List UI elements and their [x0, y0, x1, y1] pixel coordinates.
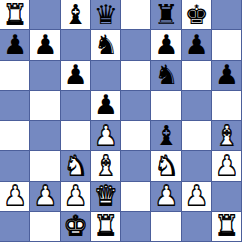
square-a2[interactable]: ♟ — [0, 182, 30, 212]
square-f3[interactable]: ♞ — [151, 151, 181, 181]
square-g7[interactable]: ♟ — [182, 30, 212, 60]
square-e8[interactable] — [121, 0, 151, 30]
square-a1[interactable] — [0, 212, 30, 242]
square-d3[interactable]: ♝ — [91, 151, 121, 181]
square-e7[interactable] — [121, 30, 151, 60]
square-b1[interactable] — [30, 212, 60, 242]
square-e4[interactable] — [121, 121, 151, 151]
square-b4[interactable] — [30, 121, 60, 151]
white-knight-icon: ♞ — [154, 152, 178, 179]
black-knight-icon: ♞ — [154, 61, 178, 88]
square-f2[interactable]: ♟ — [151, 182, 181, 212]
square-c3[interactable]: ♞ — [61, 151, 91, 181]
square-d7[interactable]: ♞ — [91, 30, 121, 60]
square-a3[interactable] — [0, 151, 30, 181]
square-h3[interactable]: ♟ — [212, 151, 242, 181]
square-g8[interactable]: ♚ — [182, 0, 212, 30]
square-d6[interactable] — [91, 61, 121, 91]
square-a8[interactable]: ♜ — [0, 0, 30, 30]
square-d2[interactable]: ♛ — [91, 182, 121, 212]
square-h1[interactable]: ♜ — [212, 212, 242, 242]
square-f8[interactable]: ♜ — [151, 0, 181, 30]
square-g3[interactable] — [182, 151, 212, 181]
square-b7[interactable]: ♟ — [30, 30, 60, 60]
square-d8[interactable]: ♛ — [91, 0, 121, 30]
square-c4[interactable] — [61, 121, 91, 151]
square-g6[interactable] — [182, 61, 212, 91]
square-f4[interactable]: ♝ — [151, 121, 181, 151]
square-f7[interactable]: ♟ — [151, 30, 181, 60]
square-h4[interactable]: ♝ — [212, 121, 242, 151]
white-pawn-icon: ♟ — [33, 182, 57, 209]
black-pawn-icon: ♟ — [215, 61, 239, 88]
black-pawn-icon: ♟ — [154, 31, 178, 58]
square-c6[interactable]: ♟ — [61, 61, 91, 91]
square-a5[interactable] — [0, 91, 30, 121]
white-rook-icon: ♜ — [3, 1, 27, 28]
square-g4[interactable] — [182, 121, 212, 151]
square-a7[interactable]: ♟ — [0, 30, 30, 60]
square-d4[interactable]: ♟ — [91, 121, 121, 151]
chess-board: ♜♝♛♜♚♟♟♞♟♟♟♞♟♟♟♝♝♞♝♞♟♟♟♟♛♟♟♚♜♜ — [0, 0, 242, 242]
square-b6[interactable] — [30, 61, 60, 91]
white-bishop-icon: ♝ — [215, 122, 239, 149]
square-b2[interactable]: ♟ — [30, 182, 60, 212]
square-d1[interactable]: ♜ — [91, 212, 121, 242]
black-queen-icon: ♛ — [94, 1, 118, 28]
square-f6[interactable]: ♞ — [151, 61, 181, 91]
black-bishop-icon: ♝ — [64, 1, 88, 28]
black-pawn-icon: ♟ — [3, 31, 27, 58]
square-c5[interactable] — [61, 91, 91, 121]
square-a6[interactable] — [0, 61, 30, 91]
square-h2[interactable] — [212, 182, 242, 212]
square-f1[interactable] — [151, 212, 181, 242]
white-pawn-icon: ♟ — [94, 122, 118, 149]
white-pawn-icon: ♟ — [215, 152, 239, 179]
square-f5[interactable] — [151, 91, 181, 121]
white-king-icon: ♚ — [64, 212, 88, 239]
square-h7[interactable] — [212, 30, 242, 60]
white-knight-icon: ♞ — [64, 152, 88, 179]
white-rook-icon: ♜ — [94, 212, 118, 239]
square-e2[interactable] — [121, 182, 151, 212]
black-pawn-icon: ♟ — [64, 61, 88, 88]
black-bishop-icon: ♝ — [154, 122, 178, 149]
square-b3[interactable] — [30, 151, 60, 181]
square-g5[interactable] — [182, 91, 212, 121]
square-h5[interactable] — [212, 91, 242, 121]
black-pawn-icon: ♟ — [33, 31, 57, 58]
black-knight-icon: ♞ — [94, 31, 118, 58]
square-b8[interactable] — [30, 0, 60, 30]
white-queen-icon: ♛ — [94, 182, 118, 209]
square-a4[interactable] — [0, 121, 30, 151]
square-g2[interactable]: ♟ — [182, 182, 212, 212]
black-king-icon: ♚ — [185, 1, 209, 28]
black-rook-icon: ♜ — [154, 1, 178, 28]
square-c8[interactable]: ♝ — [61, 0, 91, 30]
square-b5[interactable] — [30, 91, 60, 121]
square-d5[interactable]: ♟ — [91, 91, 121, 121]
square-h6[interactable]: ♟ — [212, 61, 242, 91]
square-c1[interactable]: ♚ — [61, 212, 91, 242]
white-pawn-icon: ♟ — [185, 182, 209, 209]
square-c7[interactable] — [61, 30, 91, 60]
square-e6[interactable] — [121, 61, 151, 91]
white-pawn-icon: ♟ — [3, 182, 27, 209]
white-bishop-icon: ♝ — [94, 152, 118, 179]
square-c2[interactable]: ♟ — [61, 182, 91, 212]
square-e1[interactable] — [121, 212, 151, 242]
black-pawn-icon: ♟ — [94, 91, 118, 118]
square-h8[interactable] — [212, 0, 242, 30]
black-pawn-icon: ♟ — [185, 31, 209, 58]
white-rook-icon: ♜ — [215, 212, 239, 239]
square-g1[interactable] — [182, 212, 212, 242]
white-pawn-icon: ♟ — [64, 182, 88, 209]
square-e5[interactable] — [121, 91, 151, 121]
white-pawn-icon: ♟ — [154, 182, 178, 209]
square-e3[interactable] — [121, 151, 151, 181]
